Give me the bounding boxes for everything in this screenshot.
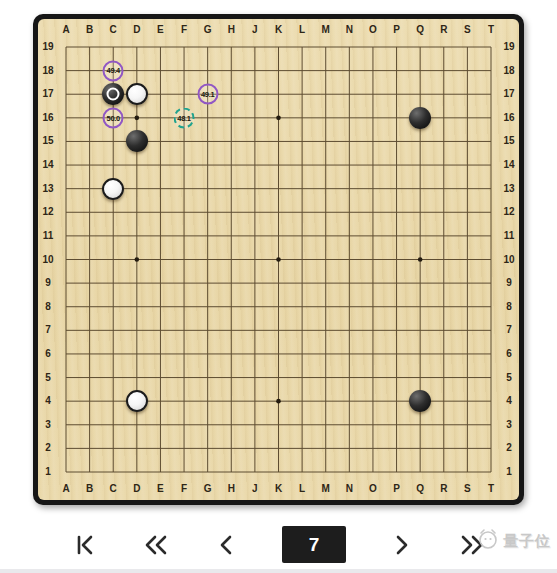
coord-label-col: M <box>322 25 330 35</box>
coord-label-row: 3 <box>506 420 512 430</box>
coord-label-col: O <box>369 25 377 35</box>
chevron-left-icon <box>215 533 239 557</box>
coord-label-row: 17 <box>503 89 514 99</box>
winrate-value: 50.0 <box>107 114 120 122</box>
coord-label-row: 6 <box>45 349 51 359</box>
coord-label-row: 13 <box>42 184 53 194</box>
coord-label-col: Q <box>416 484 424 494</box>
last-move-circle-marker <box>107 88 120 101</box>
coord-label-row: 12 <box>503 207 514 217</box>
coord-label-row: 8 <box>45 302 51 312</box>
coord-label-row: 16 <box>42 113 53 123</box>
fast-backward-button[interactable] <box>140 531 172 559</box>
winrate-value: 49.4 <box>107 67 120 75</box>
coord-label-row: 3 <box>45 420 51 430</box>
coord-label-col: D <box>133 484 140 494</box>
coord-label-col: H <box>228 25 235 35</box>
fast-forward-button[interactable] <box>456 531 488 559</box>
coord-label-row: 15 <box>42 136 53 146</box>
winrate-annotation-F16: 48.1 <box>174 107 195 128</box>
coord-label-col: P <box>393 484 400 494</box>
coord-label-col: Q <box>416 25 424 35</box>
star-point <box>135 257 140 262</box>
coord-label-row: 14 <box>503 160 514 170</box>
stone-white-C13 <box>102 178 124 200</box>
stone-black-Q4 <box>409 390 431 412</box>
coord-label-row: 19 <box>42 42 53 52</box>
coord-label-row: 18 <box>503 66 514 76</box>
coord-label-row: 12 <box>42 207 53 217</box>
coord-label-row: 5 <box>506 373 512 383</box>
skip-to-start-icon <box>73 533 97 557</box>
coord-label-col: N <box>346 25 353 35</box>
bottom-divider <box>0 569 557 573</box>
star-point <box>276 399 281 404</box>
winrate-value: 48.1 <box>177 114 190 122</box>
coord-label-row: 16 <box>503 113 514 123</box>
coord-label-col: B <box>86 484 93 494</box>
winrate-annotation-C16: 50.0 <box>103 107 124 128</box>
winrate-value: 49.1 <box>201 90 214 98</box>
coord-label-row: 19 <box>503 42 514 52</box>
go-viewer-window: AABBCCDDEEFFGGHHJJKKLLMMNNOOPPQQRRSSTT19… <box>0 0 557 573</box>
coord-label-row: 9 <box>506 278 512 288</box>
coord-label-col: K <box>275 484 282 494</box>
coord-label-col: F <box>181 25 187 35</box>
go-board: AABBCCDDEEFFGGHHJJKKLLMMNNOOPPQQRRSSTT19… <box>33 14 524 505</box>
stone-black-Q16 <box>409 107 431 129</box>
coord-label-row: 8 <box>506 302 512 312</box>
coord-label-row: 14 <box>42 160 53 170</box>
coord-label-col: C <box>110 484 117 494</box>
winrate-annotation-C18: 49.4 <box>103 60 124 81</box>
coord-label-row: 1 <box>45 467 51 477</box>
double-chevron-right-icon <box>457 533 487 557</box>
coord-label-row: 2 <box>506 443 512 453</box>
coord-label-col: O <box>369 484 377 494</box>
coord-label-col: T <box>488 25 494 35</box>
coord-label-col: E <box>157 25 164 35</box>
winrate-annotation-G17: 49.1 <box>197 84 218 105</box>
coord-label-col: F <box>181 484 187 494</box>
coord-label-col: K <box>275 25 282 35</box>
coord-label-col: P <box>393 25 400 35</box>
coord-label-col: L <box>299 25 305 35</box>
coord-label-row: 1 <box>506 467 512 477</box>
coord-label-col: G <box>204 484 212 494</box>
coord-label-col: R <box>440 484 447 494</box>
coord-label-col: S <box>464 25 471 35</box>
coord-label-row: 13 <box>503 184 514 194</box>
star-point <box>135 116 140 121</box>
coord-label-row: 15 <box>503 136 514 146</box>
coord-label-col: E <box>157 484 164 494</box>
stone-black-C17 <box>102 83 124 105</box>
coord-label-col: B <box>86 25 93 35</box>
coord-label-row: 6 <box>506 349 512 359</box>
coord-label-col: J <box>252 484 258 494</box>
coord-label-col: J <box>252 25 258 35</box>
double-chevron-left-icon <box>141 533 171 557</box>
board-surface[interactable]: AABBCCDDEEFFGGHHJJKKLLMMNNOOPPQQRRSSTT19… <box>38 19 519 500</box>
coord-label-row: 18 <box>42 66 53 76</box>
coord-label-col: T <box>488 484 494 494</box>
coord-label-col: L <box>299 484 305 494</box>
chevron-right-icon <box>389 533 413 557</box>
coord-label-col: R <box>440 25 447 35</box>
coord-label-row: 9 <box>45 278 51 288</box>
coord-label-col: N <box>346 484 353 494</box>
coord-label-col: A <box>62 25 69 35</box>
coord-label-row: 5 <box>45 373 51 383</box>
star-point <box>276 257 281 262</box>
step-forward-button[interactable] <box>385 531 417 559</box>
coord-label-row: 17 <box>42 89 53 99</box>
coord-label-col: H <box>228 484 235 494</box>
coord-label-col: C <box>110 25 117 35</box>
star-point <box>418 257 423 262</box>
coord-label-row: 11 <box>504 231 515 241</box>
move-number-display[interactable]: 7 <box>282 526 346 563</box>
coord-label-col: S <box>464 484 471 494</box>
stone-white-D17 <box>126 83 148 105</box>
coord-label-col: M <box>322 484 330 494</box>
coord-label-row: 7 <box>45 325 51 335</box>
first-move-button[interactable] <box>69 531 101 559</box>
stone-black-D15 <box>126 130 148 152</box>
move-navigation-bar: 7 <box>0 520 557 569</box>
stone-white-D4 <box>126 390 148 412</box>
coord-label-row: 2 <box>45 443 51 453</box>
step-backward-button[interactable] <box>211 531 243 559</box>
coord-label-row: 4 <box>45 396 51 406</box>
star-point <box>276 116 281 121</box>
coord-label-col: G <box>204 25 212 35</box>
coord-label-row: 11 <box>43 231 54 241</box>
coord-label-col: D <box>133 25 140 35</box>
coord-label-col: A <box>62 484 69 494</box>
coord-label-row: 10 <box>42 255 53 265</box>
coord-label-row: 10 <box>503 255 514 265</box>
coord-label-row: 4 <box>506 396 512 406</box>
coord-label-row: 7 <box>506 325 512 335</box>
